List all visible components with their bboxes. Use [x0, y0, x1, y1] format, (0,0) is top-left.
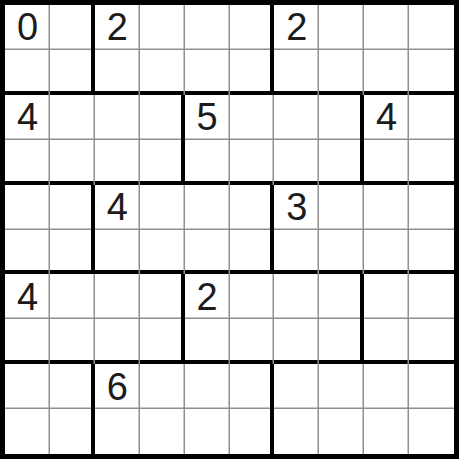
cell-r8c3[interactable] — [95, 319, 140, 364]
cell-r8c5[interactable] — [185, 319, 230, 364]
cell-r9c8[interactable] — [319, 364, 364, 409]
cell-r6c9[interactable] — [364, 230, 409, 275]
cell-r6c2[interactable] — [50, 230, 95, 275]
cell-r10c9[interactable] — [364, 409, 409, 454]
cell-r5c5[interactable] — [185, 185, 230, 230]
cell-r4c1[interactable] — [5, 140, 50, 185]
clue-cell-r7c5[interactable]: 2 — [185, 274, 230, 319]
cell-r2c5[interactable] — [185, 50, 230, 95]
cell-r1c4[interactable] — [140, 5, 185, 50]
cell-r5c10[interactable] — [409, 185, 454, 230]
cell-r6c3[interactable] — [95, 230, 140, 275]
cell-r9c2[interactable] — [50, 364, 95, 409]
clue-cell-r1c1[interactable]: 0 — [5, 5, 50, 50]
cell-r4c10[interactable] — [409, 140, 454, 185]
cell-r3c3[interactable] — [95, 95, 140, 140]
cell-r5c9[interactable] — [364, 185, 409, 230]
cell-r4c7[interactable] — [274, 140, 319, 185]
cell-r7c10[interactable] — [409, 274, 454, 319]
clue-cell-r3c5[interactable]: 5 — [185, 95, 230, 140]
cell-r7c9[interactable] — [364, 274, 409, 319]
cell-r6c1[interactable] — [5, 230, 50, 275]
cell-r7c7[interactable] — [274, 274, 319, 319]
cell-r10c3[interactable] — [95, 409, 140, 454]
cell-r5c4[interactable] — [140, 185, 185, 230]
cell-r6c4[interactable] — [140, 230, 185, 275]
cell-r7c3[interactable] — [95, 274, 140, 319]
cell-r6c7[interactable] — [274, 230, 319, 275]
cell-r10c6[interactable] — [230, 409, 275, 454]
cell-r10c10[interactable] — [409, 409, 454, 454]
cell-r6c5[interactable] — [185, 230, 230, 275]
cell-r8c4[interactable] — [140, 319, 185, 364]
clue-cell-r3c1[interactable]: 4 — [5, 95, 50, 140]
cell-r10c1[interactable] — [5, 409, 50, 454]
clue-cell-r1c7[interactable]: 2 — [274, 5, 319, 50]
cell-r10c7[interactable] — [274, 409, 319, 454]
cell-r6c8[interactable] — [319, 230, 364, 275]
cell-r4c2[interactable] — [50, 140, 95, 185]
cell-r2c6[interactable] — [230, 50, 275, 95]
cell-r8c8[interactable] — [319, 319, 364, 364]
cell-r4c4[interactable] — [140, 140, 185, 185]
cell-r9c1[interactable] — [5, 364, 50, 409]
cell-r7c6[interactable] — [230, 274, 275, 319]
cell-r7c4[interactable] — [140, 274, 185, 319]
clue-cell-r5c7[interactable]: 3 — [274, 185, 319, 230]
cell-r4c5[interactable] — [185, 140, 230, 185]
cell-r8c2[interactable] — [50, 319, 95, 364]
clue-cell-r5c3[interactable]: 4 — [95, 185, 140, 230]
cell-r8c1[interactable] — [5, 319, 50, 364]
cell-r1c8[interactable] — [319, 5, 364, 50]
cell-r8c10[interactable] — [409, 319, 454, 364]
cell-r6c6[interactable] — [230, 230, 275, 275]
cell-r5c8[interactable] — [319, 185, 364, 230]
cell-r6c10[interactable] — [409, 230, 454, 275]
cell-r1c6[interactable] — [230, 5, 275, 50]
puzzle-board: 02245443426 — [0, 0, 459, 459]
cell-r2c8[interactable] — [319, 50, 364, 95]
clue-cell-r9c3[interactable]: 6 — [95, 364, 140, 409]
clue-cell-r3c9[interactable]: 4 — [364, 95, 409, 140]
cell-r3c8[interactable] — [319, 95, 364, 140]
cell-r10c5[interactable] — [185, 409, 230, 454]
cell-r10c8[interactable] — [319, 409, 364, 454]
cell-r9c6[interactable] — [230, 364, 275, 409]
cell-r3c6[interactable] — [230, 95, 275, 140]
cell-r10c2[interactable] — [50, 409, 95, 454]
cell-r2c9[interactable] — [364, 50, 409, 95]
cell-r5c6[interactable] — [230, 185, 275, 230]
cell-r10c4[interactable] — [140, 409, 185, 454]
cell-r8c9[interactable] — [364, 319, 409, 364]
cell-r4c8[interactable] — [319, 140, 364, 185]
cell-r3c2[interactable] — [50, 95, 95, 140]
cell-r5c1[interactable] — [5, 185, 50, 230]
cell-r1c10[interactable] — [409, 5, 454, 50]
cell-r4c6[interactable] — [230, 140, 275, 185]
cell-r3c10[interactable] — [409, 95, 454, 140]
cell-r4c9[interactable] — [364, 140, 409, 185]
cell-r9c9[interactable] — [364, 364, 409, 409]
cell-r9c10[interactable] — [409, 364, 454, 409]
cell-r7c2[interactable] — [50, 274, 95, 319]
cell-r4c3[interactable] — [95, 140, 140, 185]
cell-r9c4[interactable] — [140, 364, 185, 409]
cell-r8c6[interactable] — [230, 319, 275, 364]
cell-r8c7[interactable] — [274, 319, 319, 364]
cell-r9c5[interactable] — [185, 364, 230, 409]
cell-r7c8[interactable] — [319, 274, 364, 319]
cell-r2c4[interactable] — [140, 50, 185, 95]
cell-r5c2[interactable] — [50, 185, 95, 230]
cell-r2c7[interactable] — [274, 50, 319, 95]
cell-r3c7[interactable] — [274, 95, 319, 140]
cell-r2c3[interactable] — [95, 50, 140, 95]
clue-cell-r7c1[interactable]: 4 — [5, 274, 50, 319]
cell-r2c10[interactable] — [409, 50, 454, 95]
cell-r3c4[interactable] — [140, 95, 185, 140]
cell-r9c7[interactable] — [274, 364, 319, 409]
cell-r1c5[interactable] — [185, 5, 230, 50]
cell-r1c2[interactable] — [50, 5, 95, 50]
cell-r2c2[interactable] — [50, 50, 95, 95]
cell-r1c9[interactable] — [364, 5, 409, 50]
cell-r2c1[interactable] — [5, 50, 50, 95]
clue-cell-r1c3[interactable]: 2 — [95, 5, 140, 50]
